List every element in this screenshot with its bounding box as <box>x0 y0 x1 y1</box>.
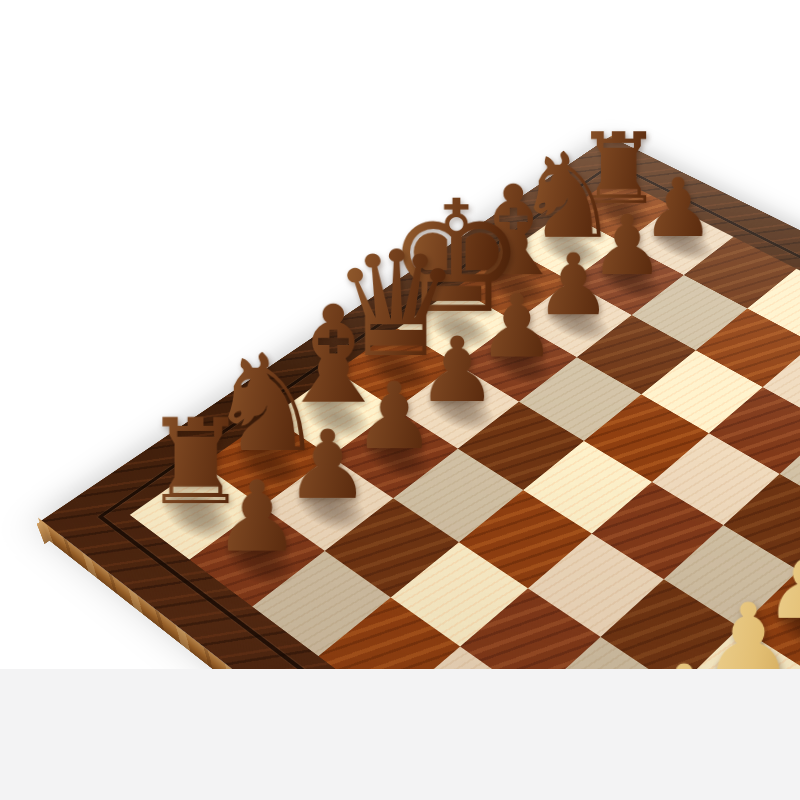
product-photo: ♜♞♝♛♚♝♞♜♟♟♟♟♟♟♟♟♟♟♟♟♟♟♟♟♜♞♝♛♚♝♞♜ <box>0 0 800 800</box>
photo-area: ♜♞♝♛♚♝♞♜♟♟♟♟♟♟♟♟♟♟♟♟♟♟♟♟♜♞♝♛♚♝♞♜ <box>0 0 800 669</box>
chess-board: ♜♞♝♛♚♝♞♜♟♟♟♟♟♟♟♟♟♟♟♟♟♟♟♟♜♞♝♛♚♝♞♜ <box>42 137 800 669</box>
square-a5[interactable] <box>318 597 460 669</box>
pawn-glyph: ♟ <box>174 468 341 566</box>
background-band <box>0 669 800 800</box>
square-b4[interactable] <box>460 588 600 669</box>
square-b5[interactable] <box>391 542 528 646</box>
knight-glyph: ♞ <box>673 656 800 669</box>
square-a4[interactable] <box>388 646 533 669</box>
square-c4[interactable] <box>528 534 664 637</box>
square-d4[interactable] <box>592 482 724 579</box>
